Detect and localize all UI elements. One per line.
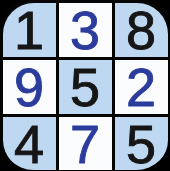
sudoku-app-icon[interactable]: 1 3 8 9 5 2 4 7 5 <box>0 0 170 170</box>
digit: 2 <box>126 60 156 114</box>
cell-r3c1: 4 <box>3 117 56 171</box>
cell-r2c3: 2 <box>115 60 168 114</box>
digit: 5 <box>126 117 156 171</box>
cell-r2c2: 5 <box>59 60 112 114</box>
cell-r3c2: 7 <box>59 117 112 171</box>
digit: 8 <box>126 3 156 57</box>
digit: 5 <box>70 60 100 114</box>
cell-r1c1: 1 <box>3 3 56 57</box>
cell-r3c3: 5 <box>115 117 168 171</box>
cell-r1c3: 8 <box>115 3 168 57</box>
digit: 4 <box>14 117 44 171</box>
digit: 3 <box>70 3 100 57</box>
digit: 1 <box>14 3 44 57</box>
digit: 7 <box>70 117 100 171</box>
cell-r1c2: 3 <box>59 3 112 57</box>
cell-r2c1: 9 <box>3 60 56 114</box>
digit: 9 <box>14 60 44 114</box>
